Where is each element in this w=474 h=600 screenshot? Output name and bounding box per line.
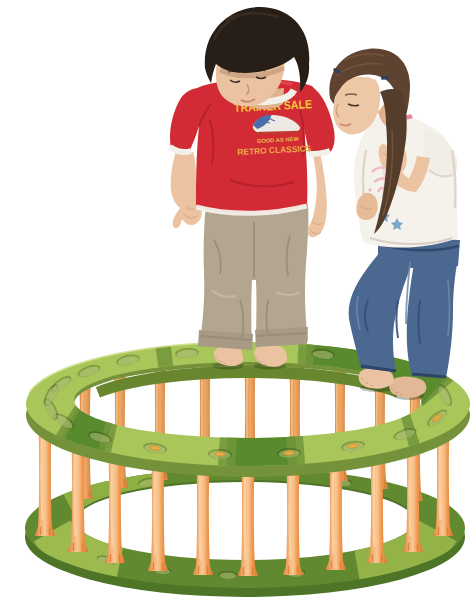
photo-scene: TRAINER SALE GOOD AS NEW RETRO CLASSICS xyxy=(0,0,474,600)
boy: TRAINER SALE GOOD AS NEW RETRO CLASSICS xyxy=(170,7,335,370)
pillar-highlight xyxy=(245,463,246,560)
boy-pants xyxy=(198,204,308,350)
pillar-highlight xyxy=(155,458,156,555)
girl xyxy=(329,49,460,400)
illustration: TRAINER SALE GOOD AS NEW RETRO CLASSICS xyxy=(0,0,474,600)
pillar-highlight xyxy=(112,450,113,547)
pillar-highlight xyxy=(200,462,201,559)
